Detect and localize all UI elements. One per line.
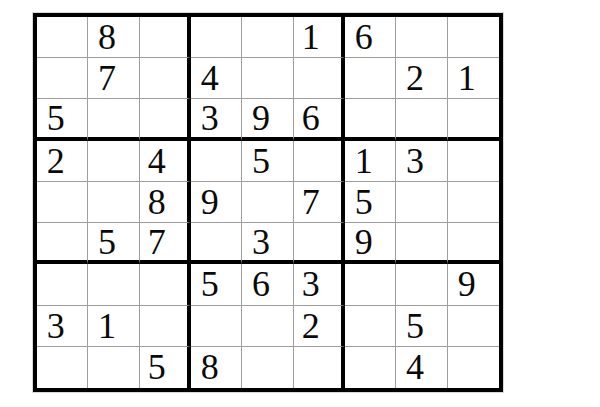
cell-r2c7-empty[interactable] xyxy=(345,58,396,99)
sudoku-board: 81674215396245138975573956393125584 xyxy=(33,13,503,392)
cell-r4c1-given: 2 xyxy=(37,141,88,182)
page: 81674215396245138975573956393125584 xyxy=(0,0,600,407)
cell-r4c3-given: 4 xyxy=(140,141,191,182)
cell-r7c8-empty[interactable] xyxy=(396,264,447,305)
cell-r4c4-empty[interactable] xyxy=(191,141,242,182)
cell-r4c8-given: 3 xyxy=(396,141,447,182)
cell-r5c4-given: 9 xyxy=(191,182,242,223)
cell-r8c1-given: 3 xyxy=(37,306,88,347)
cell-r5c6-given: 7 xyxy=(294,182,345,223)
cell-r5c8-empty[interactable] xyxy=(396,182,447,223)
cell-r4c6-empty[interactable] xyxy=(294,141,345,182)
cell-r5c5-empty[interactable] xyxy=(242,182,293,223)
cell-r5c7-given: 5 xyxy=(345,182,396,223)
cell-r5c1-empty[interactable] xyxy=(37,182,88,223)
cell-r9c7-empty[interactable] xyxy=(345,347,396,388)
cell-r7c1-empty[interactable] xyxy=(37,264,88,305)
cell-r2c2-given: 7 xyxy=(88,58,139,99)
cell-r9c3-given: 5 xyxy=(140,347,191,388)
cell-r1c1-empty[interactable] xyxy=(37,17,88,58)
cell-r9c8-given: 4 xyxy=(396,347,447,388)
cell-r6c3-given: 7 xyxy=(140,223,191,264)
cell-r6c2-given: 5 xyxy=(88,223,139,264)
cell-r4c9-empty[interactable] xyxy=(448,141,499,182)
cell-r6c9-empty[interactable] xyxy=(448,223,499,264)
cell-r1c5-empty[interactable] xyxy=(242,17,293,58)
cell-r3c8-empty[interactable] xyxy=(396,99,447,140)
cell-r3c6-given: 6 xyxy=(294,99,345,140)
cell-r7c9-given: 9 xyxy=(448,264,499,305)
cell-r9c9-empty[interactable] xyxy=(448,347,499,388)
cell-r5c3-given: 8 xyxy=(140,182,191,223)
cell-r1c7-given: 6 xyxy=(345,17,396,58)
cell-r9c4-given: 8 xyxy=(191,347,242,388)
cell-r8c6-given: 2 xyxy=(294,306,345,347)
cell-r7c2-empty[interactable] xyxy=(88,264,139,305)
cell-r5c2-empty[interactable] xyxy=(88,182,139,223)
cell-r9c5-empty[interactable] xyxy=(242,347,293,388)
cell-r1c2-given: 8 xyxy=(88,17,139,58)
cell-r7c4-given: 5 xyxy=(191,264,242,305)
cell-r2c9-given: 1 xyxy=(448,58,499,99)
cell-r8c2-given: 1 xyxy=(88,306,139,347)
cell-r6c7-given: 9 xyxy=(345,223,396,264)
cell-r2c5-empty[interactable] xyxy=(242,58,293,99)
cell-r3c1-given: 5 xyxy=(37,99,88,140)
cell-r5c9-empty[interactable] xyxy=(448,182,499,223)
cell-r3c7-empty[interactable] xyxy=(345,99,396,140)
cell-r6c6-empty[interactable] xyxy=(294,223,345,264)
cell-r8c4-empty[interactable] xyxy=(191,306,242,347)
cell-r6c5-given: 3 xyxy=(242,223,293,264)
cell-r8c7-empty[interactable] xyxy=(345,306,396,347)
cell-r9c1-empty[interactable] xyxy=(37,347,88,388)
cell-r8c5-empty[interactable] xyxy=(242,306,293,347)
cell-r8c8-given: 5 xyxy=(396,306,447,347)
cell-r6c8-empty[interactable] xyxy=(396,223,447,264)
cell-r3c3-empty[interactable] xyxy=(140,99,191,140)
cell-r7c6-given: 3 xyxy=(294,264,345,305)
cell-r4c2-empty[interactable] xyxy=(88,141,139,182)
cell-r8c3-empty[interactable] xyxy=(140,306,191,347)
cell-r2c3-empty[interactable] xyxy=(140,58,191,99)
cell-r7c7-empty[interactable] xyxy=(345,264,396,305)
cell-r4c7-given: 1 xyxy=(345,141,396,182)
cell-r1c9-empty[interactable] xyxy=(448,17,499,58)
cell-r3c4-given: 3 xyxy=(191,99,242,140)
cell-r2c8-given: 2 xyxy=(396,58,447,99)
cell-r4c5-given: 5 xyxy=(242,141,293,182)
cell-r2c6-empty[interactable] xyxy=(294,58,345,99)
cell-r1c4-empty[interactable] xyxy=(191,17,242,58)
cell-r1c3-empty[interactable] xyxy=(140,17,191,58)
cell-r8c9-empty[interactable] xyxy=(448,306,499,347)
cell-r2c4-given: 4 xyxy=(191,58,242,99)
cell-r3c9-empty[interactable] xyxy=(448,99,499,140)
cell-r1c8-empty[interactable] xyxy=(396,17,447,58)
cell-r6c4-empty[interactable] xyxy=(191,223,242,264)
cell-r7c5-given: 6 xyxy=(242,264,293,305)
cell-r2c1-empty[interactable] xyxy=(37,58,88,99)
cell-r3c2-empty[interactable] xyxy=(88,99,139,140)
cell-r7c3-empty[interactable] xyxy=(140,264,191,305)
cell-r1c6-given: 1 xyxy=(294,17,345,58)
cell-r9c2-empty[interactable] xyxy=(88,347,139,388)
cell-r3c5-given: 9 xyxy=(242,99,293,140)
cell-r9c6-empty[interactable] xyxy=(294,347,345,388)
cell-r6c1-empty[interactable] xyxy=(37,223,88,264)
